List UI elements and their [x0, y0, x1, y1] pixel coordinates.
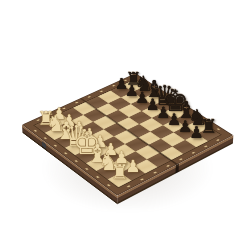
product-photo-chess-set: ♜♞♝♛♚♝♞♜♟♟♟♟♟♟♟♟♟♟♟♟♟♟♟♟♜♞♝♛♚♝♞♜ — [0, 0, 250, 250]
chess-board — [22, 73, 233, 196]
scene — [0, 0, 250, 250]
playing-grid — [35, 80, 221, 188]
clasp-latch — [42, 141, 47, 150]
